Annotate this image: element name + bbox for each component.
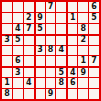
cell-r9c1: 8 bbox=[2, 89, 12, 99]
cell-r3c2: 4 bbox=[13, 24, 23, 34]
cell-r8c3: 4 bbox=[24, 78, 34, 88]
cell-r5c4: 3 bbox=[35, 46, 45, 56]
cell-r9c8[interactable] bbox=[78, 89, 88, 99]
cell-r7c2: 3 bbox=[13, 67, 23, 77]
cell-r9c6[interactable] bbox=[56, 89, 66, 99]
cell-r7c7: 4 bbox=[67, 67, 77, 77]
cell-r6c8: 1 bbox=[78, 56, 88, 66]
cell-r9c5: 9 bbox=[46, 89, 56, 99]
cell-r2c6[interactable] bbox=[56, 13, 66, 23]
cell-r6c6[interactable] bbox=[56, 56, 66, 66]
cell-r6c3[interactable] bbox=[24, 56, 34, 66]
cell-r2c9: 5 bbox=[89, 13, 99, 23]
cell-r2c5[interactable] bbox=[46, 13, 56, 23]
cell-r4c5[interactable] bbox=[46, 35, 56, 45]
cell-r4c6[interactable] bbox=[56, 35, 66, 45]
cell-r7c8: 9 bbox=[78, 67, 88, 77]
cell-r9c9[interactable] bbox=[89, 89, 99, 99]
cell-r3c4: 5 bbox=[35, 24, 45, 34]
cell-r9c2[interactable] bbox=[13, 89, 23, 99]
cell-r4c2: 5 bbox=[13, 35, 23, 45]
cell-r6c5[interactable] bbox=[46, 56, 56, 66]
cell-r5c9[interactable] bbox=[89, 46, 99, 56]
cell-r4c8: 2 bbox=[78, 35, 88, 45]
cell-r5c3[interactable] bbox=[24, 46, 34, 56]
cell-r1c3[interactable] bbox=[24, 2, 34, 12]
cell-r1c9: 6 bbox=[89, 2, 99, 12]
cell-r6c1[interactable] bbox=[2, 56, 12, 66]
cell-r4c4[interactable] bbox=[35, 35, 45, 45]
cell-r6c9: 7 bbox=[89, 56, 99, 66]
cell-r7c9[interactable] bbox=[89, 67, 99, 77]
sudoku-board: 76291547583523846173549148689 bbox=[0, 0, 101, 101]
cell-r8c4[interactable] bbox=[35, 78, 45, 88]
cell-r4c1: 3 bbox=[2, 35, 12, 45]
cell-r7c1[interactable] bbox=[2, 67, 12, 77]
cell-r5c2[interactable] bbox=[13, 46, 23, 56]
cell-r4c3[interactable] bbox=[24, 35, 34, 45]
cell-r1c1[interactable] bbox=[2, 2, 12, 12]
cell-r1c8[interactable] bbox=[78, 2, 88, 12]
cell-r1c5: 7 bbox=[46, 2, 56, 12]
cell-r5c8[interactable] bbox=[78, 46, 88, 56]
cell-r1c7[interactable] bbox=[67, 2, 77, 12]
cell-r4c7[interactable] bbox=[67, 35, 77, 45]
cell-r3c9[interactable] bbox=[89, 24, 99, 34]
cell-r8c9[interactable] bbox=[89, 78, 99, 88]
cell-r8c7: 6 bbox=[67, 78, 77, 88]
cell-r8c1: 1 bbox=[2, 78, 12, 88]
cell-r2c4: 9 bbox=[35, 13, 45, 23]
cell-r8c5[interactable] bbox=[46, 78, 56, 88]
cell-r2c2[interactable] bbox=[13, 13, 23, 23]
cell-r3c1[interactable] bbox=[2, 24, 12, 34]
cell-r1c2[interactable] bbox=[13, 2, 23, 12]
cell-r3c6[interactable] bbox=[56, 24, 66, 34]
cell-r3c7[interactable] bbox=[67, 24, 77, 34]
cell-r9c4[interactable] bbox=[35, 89, 45, 99]
cell-r5c5: 8 bbox=[46, 46, 56, 56]
cell-r8c6: 8 bbox=[56, 78, 66, 88]
cell-r8c2[interactable] bbox=[13, 78, 23, 88]
cell-r1c4[interactable] bbox=[35, 2, 45, 12]
cell-r6c2: 6 bbox=[13, 56, 23, 66]
cell-r1c6[interactable] bbox=[56, 2, 66, 12]
cell-r5c7[interactable] bbox=[67, 46, 77, 56]
cell-r7c6: 5 bbox=[56, 67, 66, 77]
cell-r2c1[interactable] bbox=[2, 13, 12, 23]
cell-r3c3: 7 bbox=[24, 24, 34, 34]
cell-r7c4[interactable] bbox=[35, 67, 45, 77]
cell-r7c5[interactable] bbox=[46, 67, 56, 77]
cell-r8c8[interactable] bbox=[78, 78, 88, 88]
cell-r9c7[interactable] bbox=[67, 89, 77, 99]
cell-r5c6: 4 bbox=[56, 46, 66, 56]
cell-r5c1[interactable] bbox=[2, 46, 12, 56]
cell-r4c9[interactable] bbox=[89, 35, 99, 45]
cell-r6c4[interactable] bbox=[35, 56, 45, 66]
cell-r2c7: 1 bbox=[67, 13, 77, 23]
cell-r6c7[interactable] bbox=[67, 56, 77, 66]
cell-r7c3[interactable] bbox=[24, 67, 34, 77]
cell-r2c3: 2 bbox=[24, 13, 34, 23]
cell-r3c8: 8 bbox=[78, 24, 88, 34]
cell-r9c3[interactable] bbox=[24, 89, 34, 99]
cell-r2c8[interactable] bbox=[78, 13, 88, 23]
cell-r3c5[interactable] bbox=[46, 24, 56, 34]
